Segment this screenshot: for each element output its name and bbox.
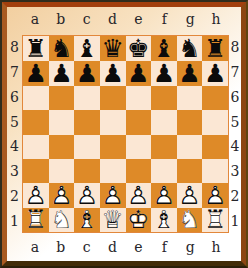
file-label-b: b (48, 7, 74, 35)
square-h8[interactable]: ♜ (202, 36, 228, 61)
square-h2[interactable]: ♟♙ (202, 183, 228, 207)
square-a6[interactable] (23, 86, 49, 110)
square-f7[interactable]: ♟ (151, 61, 177, 86)
square-e3[interactable] (126, 159, 152, 183)
rank-label-7: 7 (229, 60, 241, 85)
black-queen: ♛ (100, 36, 126, 61)
square-b7[interactable]: ♟ (49, 61, 75, 86)
square-c5[interactable] (74, 110, 100, 134)
square-d1[interactable]: ♛♕ (100, 208, 126, 232)
square-g5[interactable] (177, 110, 203, 134)
square-d3[interactable] (100, 159, 126, 183)
rank-label-5: 5 (229, 109, 241, 134)
square-d4[interactable] (100, 135, 126, 159)
square-h7[interactable]: ♟ (202, 61, 228, 86)
board-frame-bevel: abcdefgh 87654321 ♜♞♝♛♚♝♞♜♟♟♟♟♟♟♟♟♟♙♟♙♟♙… (2, 2, 246, 266)
square-b2[interactable]: ♟♙ (49, 183, 75, 207)
square-e4[interactable] (126, 135, 152, 159)
square-h3[interactable] (202, 159, 228, 183)
file-label-g: g (177, 233, 203, 261)
rank-label-4: 4 (7, 134, 22, 159)
square-a8[interactable]: ♜ (23, 36, 49, 61)
square-e2[interactable]: ♟♙ (126, 183, 152, 207)
black-pawn: ♟ (49, 61, 75, 86)
square-g6[interactable] (177, 86, 203, 110)
square-b8[interactable]: ♞ (49, 36, 75, 61)
rank-label-3: 3 (229, 159, 241, 184)
rank-label-6: 6 (229, 85, 241, 110)
square-b4[interactable] (49, 135, 75, 159)
square-e5[interactable] (126, 110, 152, 134)
black-pawn: ♟ (177, 61, 203, 86)
square-f4[interactable] (151, 135, 177, 159)
square-g1[interactable]: ♞♘ (177, 208, 203, 232)
black-pawn: ♟ (23, 61, 49, 86)
square-b5[interactable] (49, 110, 75, 134)
file-label-a: a (22, 233, 48, 261)
square-a4[interactable] (23, 135, 49, 159)
rank-label-5: 5 (7, 109, 22, 134)
square-f8[interactable]: ♝ (151, 36, 177, 61)
rank-label-1: 1 (7, 208, 22, 233)
file-label-c: c (74, 7, 100, 35)
square-h5[interactable] (202, 110, 228, 134)
square-g2[interactable]: ♟♙ (177, 183, 203, 207)
file-label-d: d (100, 233, 126, 261)
black-knight: ♞ (177, 36, 203, 61)
file-label-e: e (126, 7, 152, 35)
chess-diagram-frame: abcdefgh 87654321 ♜♞♝♛♚♝♞♜♟♟♟♟♟♟♟♟♟♙♟♙♟♙… (0, 0, 248, 268)
black-pawn: ♟ (126, 61, 152, 86)
square-e8[interactable]: ♚ (126, 36, 152, 61)
square-f6[interactable] (151, 86, 177, 110)
square-d7[interactable]: ♟ (100, 61, 126, 86)
black-pawn: ♟ (74, 61, 100, 86)
file-label-h: h (203, 233, 229, 261)
square-d2[interactable]: ♟♙ (100, 183, 126, 207)
square-g8[interactable]: ♞ (177, 36, 203, 61)
square-a2[interactable]: ♟♙ (23, 183, 49, 207)
white-bishop: ♝♗ (74, 208, 100, 232)
white-rook: ♜♖ (23, 208, 49, 232)
rank-labels-left: 87654321 (7, 35, 22, 233)
square-b6[interactable] (49, 86, 75, 110)
square-a7[interactable]: ♟ (23, 61, 49, 86)
rank-label-6: 6 (7, 85, 22, 110)
white-knight: ♞♘ (49, 208, 75, 232)
file-label-d: d (100, 7, 126, 35)
file-label-f: f (151, 233, 177, 261)
square-f3[interactable] (151, 159, 177, 183)
square-f1[interactable]: ♝♗ (151, 208, 177, 232)
square-g4[interactable] (177, 135, 203, 159)
square-a5[interactable] (23, 110, 49, 134)
square-d6[interactable] (100, 86, 126, 110)
white-knight: ♞♘ (177, 208, 203, 232)
rank-label-7: 7 (7, 60, 22, 85)
file-label-h: h (203, 7, 229, 35)
black-bishop: ♝ (74, 36, 100, 61)
square-g3[interactable] (177, 159, 203, 183)
white-pawn: ♟♙ (126, 183, 152, 207)
chess-board: ♜♞♝♛♚♝♞♜♟♟♟♟♟♟♟♟♟♙♟♙♟♙♟♙♟♙♟♙♟♙♟♙♜♖♞♘♝♗♛♕… (22, 35, 229, 233)
square-d5[interactable] (100, 110, 126, 134)
white-pawn: ♟♙ (49, 183, 75, 207)
square-g7[interactable]: ♟ (177, 61, 203, 86)
white-pawn: ♟♙ (100, 183, 126, 207)
white-pawn: ♟♙ (202, 183, 228, 207)
file-labels-bottom: abcdefgh (22, 233, 229, 261)
black-bishop: ♝ (151, 36, 177, 61)
square-c8[interactable]: ♝ (74, 36, 100, 61)
rank-label-8: 8 (7, 35, 22, 60)
white-pawn: ♟♙ (74, 183, 100, 207)
square-d8[interactable]: ♛ (100, 36, 126, 61)
square-h6[interactable] (202, 86, 228, 110)
square-c1[interactable]: ♝♗ (74, 208, 100, 232)
board-margin: abcdefgh 87654321 ♜♞♝♛♚♝♞♜♟♟♟♟♟♟♟♟♟♙♟♙♟♙… (7, 7, 241, 261)
square-b3[interactable] (49, 159, 75, 183)
file-label-b: b (48, 233, 74, 261)
file-label-c: c (74, 233, 100, 261)
square-f5[interactable] (151, 110, 177, 134)
black-pawn: ♟ (151, 61, 177, 86)
white-bishop: ♝♗ (151, 208, 177, 232)
square-c3[interactable] (74, 159, 100, 183)
square-a3[interactable] (23, 159, 49, 183)
square-c4[interactable] (74, 135, 100, 159)
black-rook: ♜ (23, 36, 49, 61)
rank-label-4: 4 (229, 134, 241, 159)
white-queen: ♛♕ (100, 208, 126, 232)
white-king: ♚♔ (126, 208, 152, 232)
square-e1[interactable]: ♚♔ (126, 208, 152, 232)
square-c2[interactable]: ♟♙ (74, 183, 100, 207)
black-rook: ♜ (202, 36, 228, 61)
rank-labels-right: 87654321 (229, 35, 241, 233)
rank-label-2: 2 (7, 184, 22, 209)
black-pawn: ♟ (100, 61, 126, 86)
black-knight: ♞ (49, 36, 75, 61)
file-labels-top: abcdefgh (22, 7, 229, 35)
file-label-e: e (126, 233, 152, 261)
file-label-g: g (177, 7, 203, 35)
white-pawn: ♟♙ (177, 183, 203, 207)
square-a1[interactable]: ♜♖ (23, 208, 49, 232)
black-pawn: ♟ (202, 61, 228, 86)
white-pawn: ♟♙ (151, 183, 177, 207)
black-king: ♚ (126, 36, 152, 61)
file-label-a: a (22, 7, 48, 35)
square-f2[interactable]: ♟♙ (151, 183, 177, 207)
square-e6[interactable] (126, 86, 152, 110)
square-c7[interactable]: ♟ (74, 61, 100, 86)
square-b1[interactable]: ♞♘ (49, 208, 75, 232)
white-pawn: ♟♙ (23, 183, 49, 207)
rank-label-3: 3 (7, 159, 22, 184)
file-label-f: f (151, 7, 177, 35)
rank-label-8: 8 (229, 35, 241, 60)
rank-label-2: 2 (229, 184, 241, 209)
square-c6[interactable] (74, 86, 100, 110)
white-rook: ♜♖ (202, 208, 228, 232)
rank-label-1: 1 (229, 208, 241, 233)
square-h4[interactable] (202, 135, 228, 159)
square-e7[interactable]: ♟ (126, 61, 152, 86)
square-h1[interactable]: ♜♖ (202, 208, 228, 232)
